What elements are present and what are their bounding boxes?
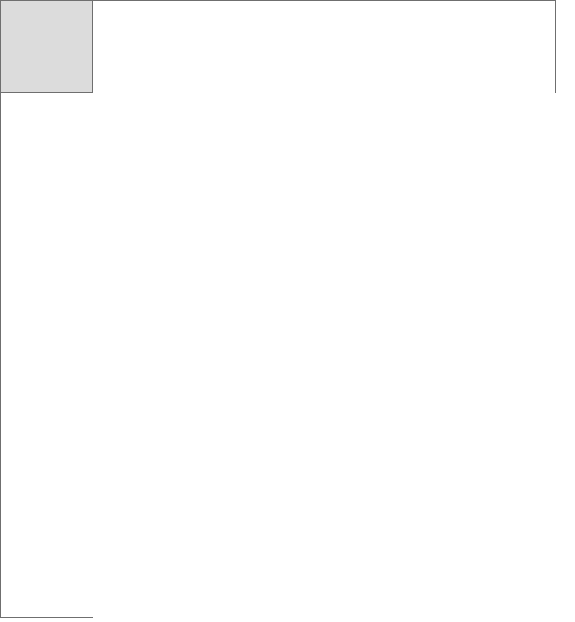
corner-watermark-block <box>1 1 93 93</box>
row-clues-area <box>1 93 93 618</box>
nonogram-board <box>0 0 556 618</box>
puzzle-grid <box>93 93 556 618</box>
column-clues-area <box>93 1 556 93</box>
